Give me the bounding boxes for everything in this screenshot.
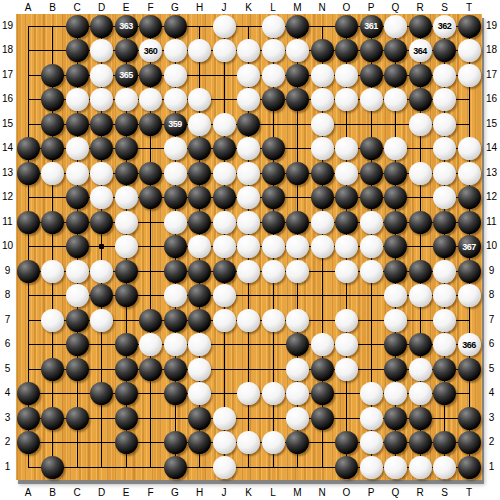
intersection-B15[interactable]	[40, 112, 65, 137]
intersection-M14[interactable]	[285, 136, 310, 161]
intersection-P8[interactable]	[359, 283, 384, 308]
intersection-O8[interactable]	[334, 283, 359, 308]
intersection-R16[interactable]	[408, 87, 433, 112]
intersection-P18[interactable]	[359, 38, 384, 63]
intersection-C19[interactable]	[65, 14, 90, 39]
intersection-O10[interactable]	[334, 234, 359, 259]
intersection-K11[interactable]	[236, 210, 261, 235]
intersection-E6[interactable]	[114, 332, 139, 357]
intersection-L9[interactable]	[261, 259, 286, 284]
intersection-R2[interactable]	[408, 430, 433, 455]
intersection-T14[interactable]	[457, 136, 482, 161]
intersection-P5[interactable]	[359, 357, 384, 382]
intersection-M19[interactable]	[285, 14, 310, 39]
intersection-R9[interactable]	[408, 259, 433, 284]
intersection-E12[interactable]	[114, 185, 139, 210]
intersection-B9[interactable]	[40, 259, 65, 284]
intersection-B12[interactable]	[40, 185, 65, 210]
intersection-H11[interactable]	[187, 210, 212, 235]
intersection-J7[interactable]	[212, 308, 237, 333]
intersection-S10[interactable]	[432, 234, 457, 259]
intersection-J12[interactable]	[212, 185, 237, 210]
intersection-H10[interactable]	[187, 234, 212, 259]
intersection-R15[interactable]	[408, 112, 433, 137]
intersection-K4[interactable]	[236, 381, 261, 406]
intersection-M2[interactable]	[285, 430, 310, 455]
intersection-B5[interactable]	[40, 357, 65, 382]
intersection-R7[interactable]	[408, 308, 433, 333]
intersection-H9[interactable]	[187, 259, 212, 284]
intersection-R6[interactable]	[408, 332, 433, 357]
intersection-Q10[interactable]	[383, 234, 408, 259]
intersection-D14[interactable]	[89, 136, 114, 161]
intersection-L12[interactable]	[261, 185, 286, 210]
intersection-C18[interactable]	[65, 38, 90, 63]
intersection-A3[interactable]	[16, 406, 41, 431]
intersection-D11[interactable]	[89, 210, 114, 235]
intersection-H2[interactable]	[187, 430, 212, 455]
intersection-J8[interactable]	[212, 283, 237, 308]
intersection-N14[interactable]	[310, 136, 335, 161]
intersection-M8[interactable]	[285, 283, 310, 308]
intersection-M1[interactable]	[285, 455, 310, 480]
intersection-A11[interactable]	[16, 210, 41, 235]
intersection-H19[interactable]	[187, 14, 212, 39]
intersection-H16[interactable]	[187, 87, 212, 112]
intersection-F2[interactable]	[138, 430, 163, 455]
intersection-G3[interactable]	[163, 406, 188, 431]
intersection-R11[interactable]	[408, 210, 433, 235]
intersection-A2[interactable]	[16, 430, 41, 455]
intersection-J3[interactable]	[212, 406, 237, 431]
intersection-T18[interactable]	[457, 38, 482, 63]
intersection-L11[interactable]	[261, 210, 286, 235]
intersection-T15[interactable]	[457, 112, 482, 137]
intersection-C5[interactable]	[65, 357, 90, 382]
intersection-K7[interactable]	[236, 308, 261, 333]
intersection-K9[interactable]	[236, 259, 261, 284]
intersection-E9[interactable]	[114, 259, 139, 284]
intersection-O16[interactable]	[334, 87, 359, 112]
intersection-G15[interactable]: 359	[163, 112, 188, 137]
intersection-O1[interactable]	[334, 455, 359, 480]
intersection-L2[interactable]	[261, 430, 286, 455]
intersection-T1[interactable]	[457, 455, 482, 480]
intersection-E11[interactable]	[114, 210, 139, 235]
intersection-E3[interactable]	[114, 406, 139, 431]
intersection-H5[interactable]	[187, 357, 212, 382]
intersection-A15[interactable]	[16, 112, 41, 137]
intersection-R1[interactable]	[408, 455, 433, 480]
intersection-R19[interactable]	[408, 14, 433, 39]
intersection-M5[interactable]	[285, 357, 310, 382]
intersection-P6[interactable]	[359, 332, 384, 357]
intersection-B3[interactable]	[40, 406, 65, 431]
intersection-F3[interactable]	[138, 406, 163, 431]
intersection-P15[interactable]	[359, 112, 384, 137]
intersection-S15[interactable]	[432, 112, 457, 137]
intersection-R13[interactable]	[408, 161, 433, 186]
intersection-Q5[interactable]	[383, 357, 408, 382]
intersection-G8[interactable]	[163, 283, 188, 308]
intersection-E5[interactable]	[114, 357, 139, 382]
intersection-J1[interactable]	[212, 455, 237, 480]
intersection-K14[interactable]	[236, 136, 261, 161]
intersection-L14[interactable]	[261, 136, 286, 161]
intersection-D9[interactable]	[89, 259, 114, 284]
intersection-D13[interactable]	[89, 161, 114, 186]
intersection-D17[interactable]	[89, 63, 114, 88]
intersection-N8[interactable]	[310, 283, 335, 308]
intersection-T9[interactable]	[457, 259, 482, 284]
intersection-N17[interactable]	[310, 63, 335, 88]
intersection-R10[interactable]	[408, 234, 433, 259]
intersection-S19[interactable]: 362	[432, 14, 457, 39]
intersection-P4[interactable]	[359, 381, 384, 406]
intersection-A18[interactable]	[16, 38, 41, 63]
intersection-H14[interactable]	[187, 136, 212, 161]
intersection-M7[interactable]	[285, 308, 310, 333]
intersection-O14[interactable]	[334, 136, 359, 161]
intersection-Q1[interactable]	[383, 455, 408, 480]
intersection-D3[interactable]	[89, 406, 114, 431]
intersection-M4[interactable]	[285, 381, 310, 406]
intersection-H17[interactable]	[187, 63, 212, 88]
intersection-P13[interactable]	[359, 161, 384, 186]
intersection-J6[interactable]	[212, 332, 237, 357]
intersection-S1[interactable]	[432, 455, 457, 480]
intersection-G14[interactable]	[163, 136, 188, 161]
intersection-J10[interactable]	[212, 234, 237, 259]
intersection-E2[interactable]	[114, 430, 139, 455]
intersection-P3[interactable]	[359, 406, 384, 431]
intersection-B6[interactable]	[40, 332, 65, 357]
intersection-G10[interactable]	[163, 234, 188, 259]
intersection-J2[interactable]	[212, 430, 237, 455]
intersection-T3[interactable]	[457, 406, 482, 431]
intersection-M11[interactable]	[285, 210, 310, 235]
intersection-L13[interactable]	[261, 161, 286, 186]
intersection-M17[interactable]	[285, 63, 310, 88]
intersection-F17[interactable]	[138, 63, 163, 88]
intersection-K5[interactable]	[236, 357, 261, 382]
intersection-G19[interactable]	[163, 14, 188, 39]
intersection-H7[interactable]	[187, 308, 212, 333]
intersection-G13[interactable]	[163, 161, 188, 186]
intersection-P17[interactable]	[359, 63, 384, 88]
intersection-Q8[interactable]	[383, 283, 408, 308]
intersection-F16[interactable]	[138, 87, 163, 112]
intersection-K1[interactable]	[236, 455, 261, 480]
intersection-D4[interactable]	[89, 381, 114, 406]
intersection-D12[interactable]	[89, 185, 114, 210]
intersection-O12[interactable]	[334, 185, 359, 210]
intersection-Q17[interactable]	[383, 63, 408, 88]
intersection-Q9[interactable]	[383, 259, 408, 284]
intersection-N15[interactable]	[310, 112, 335, 137]
intersection-F18[interactable]: 360	[138, 38, 163, 63]
intersection-L10[interactable]	[261, 234, 286, 259]
intersection-A6[interactable]	[16, 332, 41, 357]
intersection-R4[interactable]	[408, 381, 433, 406]
intersection-O9[interactable]	[334, 259, 359, 284]
intersection-G18[interactable]	[163, 38, 188, 63]
intersection-M10[interactable]	[285, 234, 310, 259]
intersection-J9[interactable]	[212, 259, 237, 284]
intersection-Q16[interactable]	[383, 87, 408, 112]
intersection-S5[interactable]	[432, 357, 457, 382]
intersection-B14[interactable]	[40, 136, 65, 161]
intersection-K10[interactable]	[236, 234, 261, 259]
intersection-B13[interactable]	[40, 161, 65, 186]
intersection-D8[interactable]	[89, 283, 114, 308]
intersection-L17[interactable]	[261, 63, 286, 88]
intersection-D18[interactable]	[89, 38, 114, 63]
intersection-E16[interactable]	[114, 87, 139, 112]
intersection-L3[interactable]	[261, 406, 286, 431]
intersection-F19[interactable]	[138, 14, 163, 39]
intersection-C15[interactable]	[65, 112, 90, 137]
intersection-P2[interactable]	[359, 430, 384, 455]
intersection-S6[interactable]	[432, 332, 457, 357]
intersection-R14[interactable]	[408, 136, 433, 161]
intersection-N5[interactable]	[310, 357, 335, 382]
intersection-Q18[interactable]	[383, 38, 408, 63]
intersection-R3[interactable]	[408, 406, 433, 431]
intersection-Q19[interactable]	[383, 14, 408, 39]
intersection-B19[interactable]	[40, 14, 65, 39]
intersection-N11[interactable]	[310, 210, 335, 235]
intersection-H8[interactable]	[187, 283, 212, 308]
intersection-K12[interactable]	[236, 185, 261, 210]
intersection-E14[interactable]	[114, 136, 139, 161]
intersection-C11[interactable]	[65, 210, 90, 235]
intersection-L7[interactable]	[261, 308, 286, 333]
intersection-P19[interactable]: 361	[359, 14, 384, 39]
intersection-C2[interactable]	[65, 430, 90, 455]
intersection-F15[interactable]	[138, 112, 163, 137]
intersection-K16[interactable]	[236, 87, 261, 112]
intersection-C7[interactable]	[65, 308, 90, 333]
intersection-N19[interactable]	[310, 14, 335, 39]
intersection-A14[interactable]	[16, 136, 41, 161]
intersection-T12[interactable]	[457, 185, 482, 210]
intersection-E10[interactable]	[114, 234, 139, 259]
intersection-C10[interactable]	[65, 234, 90, 259]
intersection-C9[interactable]	[65, 259, 90, 284]
intersection-H13[interactable]	[187, 161, 212, 186]
intersection-H4[interactable]	[187, 381, 212, 406]
intersection-S9[interactable]	[432, 259, 457, 284]
intersection-F8[interactable]	[138, 283, 163, 308]
intersection-M18[interactable]	[285, 38, 310, 63]
intersection-A17[interactable]	[16, 63, 41, 88]
intersection-C13[interactable]	[65, 161, 90, 186]
intersection-R17[interactable]	[408, 63, 433, 88]
intersection-S13[interactable]	[432, 161, 457, 186]
intersection-P12[interactable]	[359, 185, 384, 210]
intersection-A12[interactable]	[16, 185, 41, 210]
intersection-N2[interactable]	[310, 430, 335, 455]
intersection-E18[interactable]	[114, 38, 139, 63]
intersection-L16[interactable]	[261, 87, 286, 112]
intersection-A13[interactable]	[16, 161, 41, 186]
intersection-H1[interactable]	[187, 455, 212, 480]
intersection-L15[interactable]	[261, 112, 286, 137]
intersection-D16[interactable]	[89, 87, 114, 112]
intersection-K15[interactable]	[236, 112, 261, 137]
intersection-P9[interactable]	[359, 259, 384, 284]
intersection-N9[interactable]	[310, 259, 335, 284]
intersection-N6[interactable]	[310, 332, 335, 357]
intersection-B17[interactable]	[40, 63, 65, 88]
intersection-B8[interactable]	[40, 283, 65, 308]
intersection-K8[interactable]	[236, 283, 261, 308]
intersection-O5[interactable]	[334, 357, 359, 382]
intersection-T7[interactable]	[457, 308, 482, 333]
intersection-S7[interactable]	[432, 308, 457, 333]
intersection-B10[interactable]	[40, 234, 65, 259]
intersection-G7[interactable]	[163, 308, 188, 333]
intersection-G5[interactable]	[163, 357, 188, 382]
intersection-G12[interactable]	[163, 185, 188, 210]
intersection-M3[interactable]	[285, 406, 310, 431]
intersection-P7[interactable]	[359, 308, 384, 333]
intersection-E17[interactable]: 365	[114, 63, 139, 88]
intersection-O19[interactable]	[334, 14, 359, 39]
intersection-A10[interactable]	[16, 234, 41, 259]
intersection-O3[interactable]	[334, 406, 359, 431]
intersection-L8[interactable]	[261, 283, 286, 308]
intersection-J5[interactable]	[212, 357, 237, 382]
intersection-O18[interactable]	[334, 38, 359, 63]
intersection-C6[interactable]	[65, 332, 90, 357]
intersection-H12[interactable]	[187, 185, 212, 210]
intersection-C4[interactable]	[65, 381, 90, 406]
intersection-D6[interactable]	[89, 332, 114, 357]
intersection-L18[interactable]	[261, 38, 286, 63]
intersection-O17[interactable]	[334, 63, 359, 88]
intersection-E8[interactable]	[114, 283, 139, 308]
intersection-A5[interactable]	[16, 357, 41, 382]
intersection-D15[interactable]	[89, 112, 114, 137]
intersection-Q7[interactable]	[383, 308, 408, 333]
intersection-J16[interactable]	[212, 87, 237, 112]
intersection-T8[interactable]	[457, 283, 482, 308]
intersection-Q11[interactable]	[383, 210, 408, 235]
intersection-N1[interactable]	[310, 455, 335, 480]
intersection-B7[interactable]	[40, 308, 65, 333]
intersection-Q13[interactable]	[383, 161, 408, 186]
intersection-T5[interactable]	[457, 357, 482, 382]
intersection-O2[interactable]	[334, 430, 359, 455]
intersection-J17[interactable]	[212, 63, 237, 88]
intersection-G2[interactable]	[163, 430, 188, 455]
intersection-O7[interactable]	[334, 308, 359, 333]
intersection-K3[interactable]	[236, 406, 261, 431]
intersection-N10[interactable]	[310, 234, 335, 259]
intersection-D19[interactable]	[89, 14, 114, 39]
intersection-O13[interactable]	[334, 161, 359, 186]
intersection-C12[interactable]	[65, 185, 90, 210]
intersection-P14[interactable]	[359, 136, 384, 161]
intersection-F10[interactable]	[138, 234, 163, 259]
intersection-S11[interactable]	[432, 210, 457, 235]
intersection-L5[interactable]	[261, 357, 286, 382]
intersection-K19[interactable]	[236, 14, 261, 39]
intersection-B2[interactable]	[40, 430, 65, 455]
intersection-Q2[interactable]	[383, 430, 408, 455]
intersection-L1[interactable]	[261, 455, 286, 480]
intersection-T2[interactable]	[457, 430, 482, 455]
intersection-Q14[interactable]	[383, 136, 408, 161]
intersection-M12[interactable]	[285, 185, 310, 210]
intersection-O6[interactable]	[334, 332, 359, 357]
intersection-Q3[interactable]	[383, 406, 408, 431]
intersection-C1[interactable]	[65, 455, 90, 480]
intersection-S16[interactable]	[432, 87, 457, 112]
intersection-A1[interactable]	[16, 455, 41, 480]
intersection-E7[interactable]	[114, 308, 139, 333]
intersection-G9[interactable]	[163, 259, 188, 284]
intersection-B1[interactable]	[40, 455, 65, 480]
intersection-S18[interactable]	[432, 38, 457, 63]
intersection-E19[interactable]: 363	[114, 14, 139, 39]
intersection-H15[interactable]	[187, 112, 212, 137]
intersection-D1[interactable]	[89, 455, 114, 480]
intersection-B4[interactable]	[40, 381, 65, 406]
intersection-S12[interactable]	[432, 185, 457, 210]
intersection-R12[interactable]	[408, 185, 433, 210]
intersection-E4[interactable]	[114, 381, 139, 406]
intersection-J4[interactable]	[212, 381, 237, 406]
intersection-C16[interactable]	[65, 87, 90, 112]
intersection-N18[interactable]	[310, 38, 335, 63]
intersection-N7[interactable]	[310, 308, 335, 333]
intersection-T16[interactable]	[457, 87, 482, 112]
intersection-K17[interactable]	[236, 63, 261, 88]
intersection-A16[interactable]	[16, 87, 41, 112]
intersection-P10[interactable]	[359, 234, 384, 259]
intersection-G1[interactable]	[163, 455, 188, 480]
intersection-A7[interactable]	[16, 308, 41, 333]
intersection-T6[interactable]: 366	[457, 332, 482, 357]
intersection-T4[interactable]	[457, 381, 482, 406]
intersection-F13[interactable]	[138, 161, 163, 186]
intersection-C17[interactable]	[65, 63, 90, 88]
intersection-T17[interactable]	[457, 63, 482, 88]
intersection-L6[interactable]	[261, 332, 286, 357]
intersection-B16[interactable]	[40, 87, 65, 112]
intersection-G4[interactable]	[163, 381, 188, 406]
intersection-L19[interactable]	[261, 14, 286, 39]
intersection-A9[interactable]	[16, 259, 41, 284]
intersection-K2[interactable]	[236, 430, 261, 455]
intersection-N13[interactable]	[310, 161, 335, 186]
intersection-R8[interactable]	[408, 283, 433, 308]
intersection-Q15[interactable]	[383, 112, 408, 137]
intersection-E15[interactable]	[114, 112, 139, 137]
intersection-J14[interactable]	[212, 136, 237, 161]
intersection-N4[interactable]	[310, 381, 335, 406]
intersection-S2[interactable]	[432, 430, 457, 455]
intersection-S4[interactable]	[432, 381, 457, 406]
intersection-D5[interactable]	[89, 357, 114, 382]
intersection-C3[interactable]	[65, 406, 90, 431]
intersection-M16[interactable]	[285, 87, 310, 112]
intersection-J13[interactable]	[212, 161, 237, 186]
intersection-F12[interactable]	[138, 185, 163, 210]
